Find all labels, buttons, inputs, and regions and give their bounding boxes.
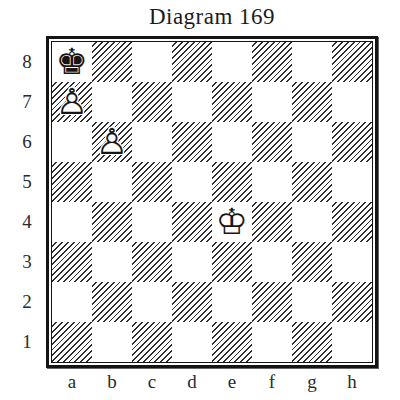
square-e6[interactable]: [212, 122, 252, 162]
square-c1[interactable]: [132, 322, 172, 362]
square-d6[interactable]: [172, 122, 212, 162]
file-label-h: h: [332, 370, 372, 394]
square-h5[interactable]: [332, 162, 372, 202]
square-f5[interactable]: [252, 162, 292, 202]
square-f7[interactable]: [252, 82, 292, 122]
square-h2[interactable]: [332, 282, 372, 322]
square-b8[interactable]: [92, 42, 132, 82]
square-g7[interactable]: [292, 82, 332, 122]
square-g4[interactable]: [292, 202, 332, 242]
square-e5[interactable]: [212, 162, 252, 202]
file-label-g: g: [292, 370, 332, 394]
file-labels: abcdefgh: [52, 370, 372, 394]
square-g2[interactable]: [292, 282, 332, 322]
square-c5[interactable]: [132, 162, 172, 202]
black-king[interactable]: ♚: [52, 42, 92, 82]
rank-labels: 87654321: [14, 42, 40, 362]
square-a2[interactable]: [52, 282, 92, 322]
square-a1[interactable]: [52, 322, 92, 362]
square-h4[interactable]: [332, 202, 372, 242]
square-e1[interactable]: [212, 322, 252, 362]
rank-label-5: 5: [14, 162, 40, 202]
square-h3[interactable]: [332, 242, 372, 282]
square-c7[interactable]: [132, 82, 172, 122]
rank-label-2: 2: [14, 282, 40, 322]
chess-board: ♚♚♟♙♟♙♚♔: [46, 36, 378, 368]
chess-diagram: Diagram 169 87654321 ♚♚♟♙♟♙♚♔ abcdefgh: [0, 0, 400, 400]
square-b3[interactable]: [92, 242, 132, 282]
square-d1[interactable]: [172, 322, 212, 362]
rank-label-6: 6: [14, 122, 40, 162]
square-f4[interactable]: [252, 202, 292, 242]
file-label-a: a: [52, 370, 92, 394]
square-g8[interactable]: [292, 42, 332, 82]
square-b5[interactable]: [92, 162, 132, 202]
square-a4[interactable]: [52, 202, 92, 242]
square-h1[interactable]: [332, 322, 372, 362]
square-g5[interactable]: [292, 162, 332, 202]
board-squares: ♚♚♟♙♟♙♚♔: [51, 41, 373, 363]
square-f6[interactable]: [252, 122, 292, 162]
square-d7[interactable]: [172, 82, 212, 122]
white-king[interactable]: ♔: [212, 202, 252, 242]
rank-label-3: 3: [14, 242, 40, 282]
square-d5[interactable]: [172, 162, 212, 202]
square-c2[interactable]: [132, 282, 172, 322]
white-pawn[interactable]: ♙: [92, 122, 132, 162]
square-b6[interactable]: ♟♙: [92, 122, 132, 162]
square-b7[interactable]: [92, 82, 132, 122]
white-pawn[interactable]: ♙: [52, 82, 92, 122]
square-e2[interactable]: [212, 282, 252, 322]
square-b1[interactable]: [92, 322, 132, 362]
square-d4[interactable]: [172, 202, 212, 242]
square-d3[interactable]: [172, 242, 212, 282]
square-e3[interactable]: [212, 242, 252, 282]
square-d2[interactable]: [172, 282, 212, 322]
square-f2[interactable]: [252, 282, 292, 322]
square-a3[interactable]: [52, 242, 92, 282]
file-label-e: e: [212, 370, 252, 394]
square-h6[interactable]: [332, 122, 372, 162]
square-f1[interactable]: [252, 322, 292, 362]
square-a7[interactable]: ♟♙: [52, 82, 92, 122]
rank-label-4: 4: [14, 202, 40, 242]
square-a6[interactable]: [52, 122, 92, 162]
square-c6[interactable]: [132, 122, 172, 162]
square-e4[interactable]: ♚♔: [212, 202, 252, 242]
square-d8[interactable]: [172, 42, 212, 82]
file-label-b: b: [92, 370, 132, 394]
square-a5[interactable]: [52, 162, 92, 202]
rank-label-7: 7: [14, 82, 40, 122]
square-b2[interactable]: [92, 282, 132, 322]
file-label-f: f: [252, 370, 292, 394]
square-c8[interactable]: [132, 42, 172, 82]
diagram-title: Diagram 169: [46, 4, 378, 30]
square-e7[interactable]: [212, 82, 252, 122]
square-h8[interactable]: [332, 42, 372, 82]
square-e8[interactable]: [212, 42, 252, 82]
square-f8[interactable]: [252, 42, 292, 82]
square-g1[interactable]: [292, 322, 332, 362]
square-c3[interactable]: [132, 242, 172, 282]
square-a8[interactable]: ♚♚: [52, 42, 92, 82]
square-f3[interactable]: [252, 242, 292, 282]
square-h7[interactable]: [332, 82, 372, 122]
file-label-d: d: [172, 370, 212, 394]
rank-label-1: 1: [14, 322, 40, 362]
file-label-c: c: [132, 370, 172, 394]
rank-label-8: 8: [14, 42, 40, 82]
square-g3[interactable]: [292, 242, 332, 282]
square-b4[interactable]: [92, 202, 132, 242]
square-c4[interactable]: [132, 202, 172, 242]
square-g6[interactable]: [292, 122, 332, 162]
